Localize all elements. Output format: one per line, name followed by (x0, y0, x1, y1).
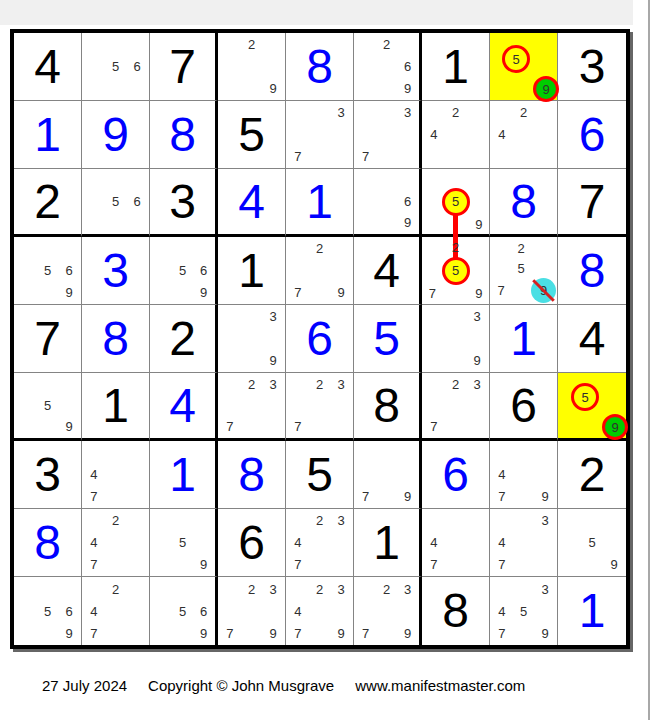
cell-r5c3[interactable]: 2 (150, 305, 218, 373)
candidate-pos-1 (355, 102, 376, 124)
cell-r1c5[interactable]: 8 (286, 33, 354, 101)
candidate-pos-9: 9 (603, 553, 625, 575)
cell-r7c4[interactable]: 8 (218, 441, 286, 509)
candidate-3: 3 (474, 378, 481, 391)
cell-r3c1[interactable]: 2 (14, 169, 82, 237)
candidate-pos-4: 4 (287, 532, 309, 554)
cell-r7c2[interactable]: 47 (82, 441, 150, 509)
candidate-pos-1 (287, 374, 309, 395)
cell-r7c9[interactable]: 2 (558, 441, 626, 509)
cell-r6c6[interactable]: 8 (354, 373, 422, 441)
candidate-pos-4 (423, 257, 442, 285)
candidate-pos-9 (262, 416, 284, 437)
candidate-pos-5 (309, 532, 331, 554)
candidate-6: 6 (200, 605, 207, 618)
candidate-pos-3 (470, 170, 489, 188)
cell-r9c8[interactable]: 34579 (490, 577, 558, 645)
candidate-5: 5 (588, 536, 595, 549)
candidate-grid: 237 (219, 374, 284, 437)
candidate-pos-2 (445, 306, 467, 328)
candidate-7: 7 (294, 558, 301, 571)
cell-r7c5[interactable]: 5 (286, 441, 354, 509)
candidate-pos-2: 2 (376, 34, 397, 56)
candidate-pos-1 (287, 238, 309, 260)
cell-r6c1[interactable]: 59 (14, 373, 82, 441)
cell-r3c2[interactable]: 56 (82, 169, 150, 237)
candidate-9: 9 (270, 82, 277, 95)
cell-r8c9[interactable]: 59 (558, 509, 626, 577)
cell-r7c7[interactable]: 6 (422, 441, 490, 509)
cell-value-solved: 1 (169, 451, 196, 499)
cell-r2c5[interactable]: 37 (286, 101, 354, 169)
cell-r2c4[interactable]: 5 (218, 101, 286, 169)
cell-r4c9[interactable]: 8 (558, 237, 626, 305)
cell-r3c7[interactable]: 59 (422, 169, 490, 237)
candidate-pos-8 (513, 622, 535, 644)
candidate-pos-2: 2 (241, 578, 263, 600)
cell-value-given: 5 (238, 111, 265, 159)
candidate-2: 2 (316, 242, 323, 255)
candidate-2: 2 (316, 378, 323, 391)
candidate-pos-3 (397, 442, 418, 464)
candidate-7: 7 (294, 627, 301, 640)
cell-r5c6[interactable]: 5 (354, 305, 422, 373)
candidate-3: 3 (542, 583, 549, 596)
candidate-pos-3 (530, 34, 556, 45)
candidate-pos-2 (309, 102, 331, 124)
candidate-pos-7: 7 (491, 553, 513, 575)
candidate-pos-1 (559, 374, 571, 383)
candidate-pos-3 (466, 102, 488, 124)
cell-value-solved: 4 (238, 178, 265, 226)
candidate-pos-8 (513, 485, 535, 507)
candidate-pos-3 (599, 374, 625, 383)
candidate-pos-9: 9 (470, 216, 489, 234)
cell-r6c9[interactable]: 59 (558, 373, 626, 441)
candidate-pos-8 (309, 416, 331, 437)
candidate-pos-4 (423, 188, 442, 216)
cell-r5c2[interactable]: 8 (82, 305, 150, 373)
candidate-pos-8 (105, 77, 127, 99)
cell-r3c8[interactable]: 8 (490, 169, 558, 237)
candidate-pos-1 (83, 578, 105, 600)
candidate-pos-2 (376, 442, 397, 464)
candidate-2: 2 (383, 38, 390, 51)
candidate-pos-5 (241, 600, 263, 622)
candidate-3: 3 (270, 310, 277, 323)
candidate-grid: 247 (83, 510, 148, 575)
cell-value-given: 5 (306, 451, 333, 499)
cell-value-solved: 1 (579, 587, 606, 635)
candidate-pos-5 (445, 124, 467, 146)
candidate-pos-9: 9 (262, 622, 284, 644)
candidate-pos-4: 4 (491, 464, 513, 486)
cell-value-solved: 6 (579, 111, 606, 159)
candidate-pos-8 (571, 411, 599, 437)
cell-value-solved: 8 (169, 111, 196, 159)
candidate-pos-2 (445, 510, 467, 532)
candidate-pos-7: 7 (287, 622, 309, 644)
cell-r8c8[interactable]: 347 (490, 509, 558, 577)
candidate-pos-5 (376, 124, 397, 146)
cell-r1c1[interactable]: 4 (14, 33, 82, 101)
candidate-pos-5: 5 (581, 532, 603, 554)
candidate-9: 9 (66, 286, 73, 299)
cell-r1c6[interactable]: 269 (354, 33, 422, 101)
cell-r4c5[interactable]: 279 (286, 237, 354, 305)
candidate-pos-7 (219, 77, 241, 99)
candidate-grid: 237 (423, 374, 488, 437)
cell-r9c2[interactable]: 247 (82, 577, 150, 645)
cell-r8c1[interactable]: 8 (14, 509, 82, 577)
candidate-pos-6 (262, 328, 284, 350)
candidate-pos-9 (126, 212, 148, 233)
candidate-pos-2 (37, 374, 59, 395)
footer-date: 27 July 2024 (42, 677, 127, 694)
candidate-pos-4 (151, 532, 172, 554)
candidate-pos-1 (423, 170, 442, 188)
candidate-pos-7: 7 (287, 553, 309, 575)
candidate-pos-4 (15, 600, 37, 622)
candidate-pos-3: 3 (397, 578, 418, 600)
candidate-pos-9: 9 (599, 411, 625, 437)
cell-r6c8[interactable]: 6 (490, 373, 558, 441)
cell-r2c6[interactable]: 37 (354, 101, 422, 169)
candidate-pos-1 (559, 510, 581, 532)
candidate-pos-9 (466, 145, 488, 167)
cell-r9c3[interactable]: 569 (150, 577, 218, 645)
cell-r4c2[interactable]: 3 (82, 237, 150, 305)
cell-r8c2[interactable]: 247 (82, 509, 150, 577)
cell-r9c9[interactable]: 1 (558, 577, 626, 645)
candidate-grid: 47 (83, 442, 148, 507)
candidate-grid: 39 (219, 306, 284, 371)
candidate-pos-2 (172, 510, 193, 532)
cell-r4c4[interactable]: 1 (218, 237, 286, 305)
candidate-pos-3 (126, 578, 148, 600)
candidate-pos-6 (397, 124, 418, 146)
candidate-pos-4 (219, 395, 241, 416)
candidate-pos-3 (397, 170, 418, 191)
cell-r5c8[interactable]: 1 (490, 305, 558, 373)
candidate-pos-6: 6 (193, 600, 214, 622)
candidate-6: 6 (66, 264, 73, 277)
candidate-pos-5 (445, 395, 467, 416)
cell-value-solved: 5 (373, 315, 400, 363)
candidate-9: 9 (66, 627, 73, 640)
candidate-pos-6 (599, 383, 625, 411)
candidate-pos-3: 3 (262, 374, 284, 395)
candidate-pos-3 (126, 34, 148, 56)
candidate-grid: 59 (15, 374, 80, 437)
candidate-pos-3 (126, 170, 148, 191)
candidate-3: 3 (542, 514, 549, 527)
candidate-grid: 59 (491, 34, 556, 99)
cell-r1c4[interactable]: 29 (218, 33, 286, 101)
candidate-pos-3 (58, 374, 80, 395)
candidate-grid: 269 (355, 34, 418, 99)
candidate-pos-5: 5 (442, 188, 470, 216)
candidate-pos-3 (330, 238, 352, 260)
candidate-pos-2: 2 (513, 102, 535, 124)
cell-r3c4[interactable]: 4 (218, 169, 286, 237)
candidate-grid: 47 (423, 510, 488, 575)
candidate-pos-2: 2 (105, 510, 127, 532)
candidate-9: 9 (404, 490, 411, 503)
candidate-7: 7 (294, 420, 301, 433)
candidate-2: 2 (112, 514, 119, 527)
candidate-pos-6 (126, 464, 148, 486)
cell-r2c8[interactable]: 24 (490, 101, 558, 169)
cell-r4c8[interactable]: 2579 (490, 237, 558, 305)
candidate-6: 6 (404, 195, 411, 208)
window-chrome-strip (0, 0, 633, 25)
cell-r6c2[interactable]: 1 (82, 373, 150, 441)
candidate-pos-1 (491, 34, 502, 45)
candidate-9: 9 (270, 354, 277, 367)
cell-value-solved: 8 (34, 519, 61, 567)
candidate-pos-9 (534, 553, 556, 575)
cell-r9c1[interactable]: 569 (14, 577, 82, 645)
candidate-pos-6 (330, 395, 352, 416)
candidate-pos-7: 7 (287, 281, 309, 303)
cell-r9c6[interactable]: 2379 (354, 577, 422, 645)
cell-value-solved: 8 (102, 315, 129, 363)
candidate-pos-9 (330, 553, 352, 575)
cell-r9c7[interactable]: 8 (422, 577, 490, 645)
candidate-pos-9 (330, 416, 352, 437)
cell-r3c9[interactable]: 7 (558, 169, 626, 237)
candidate-pos-6: 6 (58, 260, 80, 282)
candidate-9: 9 (475, 218, 482, 231)
cell-r8c6[interactable]: 1 (354, 509, 422, 577)
candidate-pos-1 (355, 578, 376, 600)
cell-r4c3[interactable]: 569 (150, 237, 218, 305)
candidate-pos-6 (470, 188, 489, 216)
candidate-pos-7: 7 (219, 622, 241, 644)
cell-r2c3[interactable]: 8 (150, 101, 218, 169)
candidate-pos-9 (126, 77, 148, 99)
candidate-pos-8 (445, 553, 467, 575)
candidate-4: 4 (294, 536, 301, 549)
cell-r4c7[interactable]: 2579 (422, 237, 490, 305)
candidate-pos-6 (126, 600, 148, 622)
candidate-pos-9 (397, 145, 418, 167)
cell-r2c9[interactable]: 6 (558, 101, 626, 169)
candidate-pos-4 (491, 258, 511, 278)
candidate-pos-6: 6 (58, 600, 80, 622)
cell-value-solved: 6 (306, 315, 333, 363)
candidate-pos-5 (241, 56, 263, 78)
candidate-grid: 56 (83, 34, 148, 99)
candidate-pos-7 (559, 411, 571, 437)
cell-r8c5[interactable]: 2347 (286, 509, 354, 577)
candidate-9-circle-green: 9 (533, 76, 559, 102)
candidate-pos-7: 7 (355, 145, 376, 167)
candidate-pos-8 (376, 212, 397, 233)
cell-r1c3[interactable]: 7 (150, 33, 218, 101)
cell-r9c5[interactable]: 23479 (286, 577, 354, 645)
candidate-pos-6: 6 (193, 260, 214, 282)
cell-r5c7[interactable]: 39 (422, 305, 490, 373)
candidate-pos-4 (355, 124, 376, 146)
candidate-pos-2 (513, 442, 535, 464)
cell-r5c9[interactable]: 4 (558, 305, 626, 373)
candidate-pos-1 (151, 578, 172, 600)
cell-r1c7[interactable]: 1 (422, 33, 490, 101)
candidate-3: 3 (338, 583, 345, 596)
candidate-pos-8 (241, 349, 263, 371)
candidate-7: 7 (362, 627, 369, 640)
cell-r3c5[interactable]: 1 (286, 169, 354, 237)
candidate-9: 9 (200, 627, 207, 640)
candidate-pos-4 (355, 600, 376, 622)
candidate-pos-8 (309, 281, 331, 303)
cell-r7c3[interactable]: 1 (150, 441, 218, 509)
cell-r3c6[interactable]: 69 (354, 169, 422, 237)
candidate-pos-1 (423, 510, 445, 532)
cell-r5c5[interactable]: 6 (286, 305, 354, 373)
cell-value-given: 7 (579, 178, 606, 226)
candidate-2: 2 (520, 106, 527, 119)
cell-r2c2[interactable]: 9 (82, 101, 150, 169)
candidate-7: 7 (90, 627, 97, 640)
cell-r2c7[interactable]: 24 (422, 101, 490, 169)
candidate-3: 3 (404, 583, 411, 596)
candidate-9: 9 (66, 420, 73, 433)
candidate-pos-8 (309, 622, 331, 644)
candidate-2: 2 (517, 242, 524, 255)
footer: 27 July 2024 Copyright © John Musgrave w… (42, 677, 525, 694)
cell-r8c4[interactable]: 6 (218, 509, 286, 577)
candidate-7: 7 (362, 490, 369, 503)
candidate-7: 7 (226, 627, 233, 640)
cell-r4c6[interactable]: 4 (354, 237, 422, 305)
candidate-pos-2: 2 (309, 238, 331, 260)
candidate-grid: 347 (491, 510, 556, 575)
candidate-pos-3 (470, 238, 489, 257)
candidate-7: 7 (498, 490, 505, 503)
candidate-9: 9 (475, 287, 482, 300)
candidate-pos-2 (172, 238, 193, 260)
cell-r2c1[interactable]: 1 (14, 101, 82, 169)
candidate-pos-5 (309, 260, 331, 282)
candidate-pos-6 (466, 532, 488, 554)
candidate-pos-1 (423, 306, 445, 328)
candidate-2: 2 (248, 378, 255, 391)
cell-r9c4[interactable]: 2379 (218, 577, 286, 645)
candidate-grid: 2379 (355, 578, 418, 644)
candidate-pos-3 (534, 102, 556, 124)
candidate-pos-8 (376, 77, 397, 99)
candidate-6: 6 (200, 264, 207, 277)
candidate-3: 3 (404, 106, 411, 119)
candidate-pos-2 (105, 34, 127, 56)
candidate-pos-9: 9 (58, 622, 80, 644)
candidate-5-circle: 5 (502, 45, 530, 73)
cell-r5c1[interactable]: 7 (14, 305, 82, 373)
candidate-pos-6 (534, 600, 556, 622)
candidate-pos-3 (193, 510, 214, 532)
cell-r6c5[interactable]: 237 (286, 373, 354, 441)
candidate-5: 5 (44, 605, 51, 618)
candidate-pos-8 (172, 281, 193, 303)
candidate-pos-8 (513, 553, 535, 575)
candidate-pos-8 (37, 622, 59, 644)
candidate-pos-7 (15, 416, 37, 437)
candidate-pos-2 (37, 238, 59, 260)
candidate-5-circle: 5 (571, 383, 599, 411)
candidate-pos-3 (262, 34, 284, 56)
candidate-pos-4: 4 (83, 532, 105, 554)
candidate-9: 9 (474, 354, 481, 367)
candidate-pos-7: 7 (83, 622, 105, 644)
candidate-pos-4 (355, 191, 376, 212)
cell-r7c1[interactable]: 3 (14, 441, 82, 509)
cell-r3c3[interactable]: 3 (150, 169, 218, 237)
candidate-4: 4 (498, 536, 505, 549)
candidate-pos-7: 7 (423, 553, 445, 575)
candidate-grid: 24 (491, 102, 556, 167)
cell-r6c3[interactable]: 4 (150, 373, 218, 441)
cell-r4c1[interactable]: 569 (14, 237, 82, 305)
cell-r1c9[interactable]: 3 (558, 33, 626, 101)
candidate-pos-2 (172, 578, 193, 600)
candidate-pos-2: 2 (442, 238, 470, 257)
candidate-grid: 29 (219, 34, 284, 99)
cell-r7c8[interactable]: 479 (490, 441, 558, 509)
cell-value-solved: 1 (306, 178, 333, 226)
candidate-pos-5: 5 (37, 600, 59, 622)
cell-value-given: 8 (373, 382, 400, 430)
cell-r5c4[interactable]: 39 (218, 305, 286, 373)
candidate-pos-4: 4 (83, 600, 105, 622)
candidate-pos-1 (491, 442, 513, 464)
candidate-9-circle-green: 9 (602, 414, 628, 440)
candidate-pos-1 (287, 102, 309, 124)
candidate-9: 9 (542, 627, 549, 640)
candidate-pos-1 (219, 374, 241, 395)
candidate-pos-5 (445, 328, 467, 350)
candidate-pos-5 (513, 124, 535, 146)
candidate-pos-5 (445, 532, 467, 554)
candidate-pos-4 (219, 328, 241, 350)
cell-value-given: 3 (169, 178, 196, 226)
cell-r8c7[interactable]: 47 (422, 509, 490, 577)
candidate-pos-5 (376, 464, 397, 486)
candidate-grid: 37 (287, 102, 352, 167)
candidate-2: 2 (248, 38, 255, 51)
candidate-pos-3: 3 (534, 510, 556, 532)
candidate-pos-9: 9 (262, 77, 284, 99)
candidate-pos-6 (262, 395, 284, 416)
cell-r6c7[interactable]: 237 (422, 373, 490, 441)
cell-r6c4[interactable]: 237 (218, 373, 286, 441)
candidate-pos-5 (309, 600, 331, 622)
cell-r8c3[interactable]: 59 (150, 509, 218, 577)
candidate-pos-7 (559, 553, 581, 575)
candidate-pos-7: 7 (491, 485, 513, 507)
candidate-pos-9 (126, 553, 148, 575)
cell-r7c6[interactable]: 79 (354, 441, 422, 509)
candidate-pos-5: 5 (571, 383, 599, 411)
candidate-grid: 2579 (423, 238, 488, 303)
cell-value-given: 6 (238, 519, 265, 567)
cell-r1c8[interactable]: 59 (490, 33, 558, 101)
candidate-pos-5 (241, 328, 263, 350)
cell-r1c2[interactable]: 56 (82, 33, 150, 101)
candidate-grid: 23479 (287, 578, 352, 644)
